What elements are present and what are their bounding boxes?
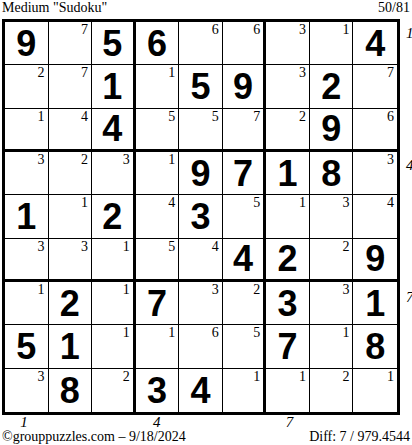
board-wrap: 9756663142711593271445572963231971831124… xyxy=(2,19,400,415)
cell-r7c9[interactable]: 1 xyxy=(353,282,397,325)
given-digit: 7 xyxy=(223,152,264,194)
pencil-mark: 4 xyxy=(212,239,219,254)
cell-r4c5[interactable]: 9 xyxy=(179,152,223,195)
cell-r3c5[interactable]: 5 xyxy=(179,109,223,152)
given-digit: 5 xyxy=(179,65,222,107)
cell-r4c3[interactable]: 3 xyxy=(92,152,136,195)
cell-r4c2[interactable]: 2 xyxy=(49,152,93,195)
cell-r2c8[interactable]: 2 xyxy=(310,65,354,108)
pencil-mark: 3 xyxy=(387,152,394,167)
cell-r3c9[interactable]: 6 xyxy=(353,109,397,152)
given-digit: 6 xyxy=(136,22,179,64)
cell-r7c1[interactable]: 1 xyxy=(5,282,49,325)
cell-r2c6[interactable]: 9 xyxy=(223,65,267,108)
given-digit: 9 xyxy=(5,22,48,64)
cell-r9c2[interactable]: 8 xyxy=(49,369,93,412)
pencil-mark: 5 xyxy=(212,109,219,124)
cell-r3c2[interactable]: 4 xyxy=(49,109,93,152)
cell-r8c9[interactable]: 8 xyxy=(353,325,397,368)
given-digit: 8 xyxy=(353,325,397,367)
cell-r7c7[interactable]: 3 xyxy=(266,282,310,325)
pencil-mark: 5 xyxy=(168,239,175,254)
given-digit: 9 xyxy=(223,65,264,107)
header: Medium "Sudoku" 50/81 xyxy=(2,0,410,18)
pencil-mark: 1 xyxy=(168,152,175,167)
col-label-4: 4 xyxy=(153,415,161,430)
pencil-mark: 2 xyxy=(342,239,349,254)
cell-r3c8[interactable]: 9 xyxy=(310,109,354,152)
cell-r4c4[interactable]: 1 xyxy=(136,152,180,195)
cell-r7c6[interactable]: 2 xyxy=(223,282,267,325)
cell-r9c7[interactable]: 1 xyxy=(266,369,310,412)
copyright-text: ©grouppuzzles.com – 9/18/2024 xyxy=(2,429,186,444)
cell-r5c9[interactable]: 4 xyxy=(353,195,397,238)
cell-r1c6[interactable]: 6 xyxy=(223,22,267,65)
cell-r5c1[interactable]: 1 xyxy=(5,195,49,238)
row-label-7: 7 xyxy=(406,290,412,305)
pencil-mark: 2 xyxy=(342,369,349,384)
cell-r1c9[interactable]: 4 xyxy=(353,22,397,65)
cell-r4c1[interactable]: 3 xyxy=(5,152,49,195)
pencil-mark: 1 xyxy=(38,282,45,297)
pencil-mark: 2 xyxy=(81,152,88,167)
pencil-mark: 2 xyxy=(123,369,130,384)
footer: ©grouppuzzles.com – 9/18/2024 Diff: 7 / … xyxy=(2,429,410,444)
given-digit: 8 xyxy=(310,152,353,194)
cell-r2c2[interactable]: 7 xyxy=(49,65,93,108)
cell-r8c7[interactable]: 7 xyxy=(266,325,310,368)
cell-r5c4[interactable]: 4 xyxy=(136,195,180,238)
pencil-mark: 2 xyxy=(253,282,260,297)
pencil-mark: 3 xyxy=(38,369,45,384)
pencil-mark: 4 xyxy=(387,195,394,210)
pencil-mark: 7 xyxy=(253,109,260,124)
cell-r5c7[interactable]: 1 xyxy=(266,195,310,238)
pencil-mark: 6 xyxy=(253,22,260,37)
cell-r6c4[interactable]: 5 xyxy=(136,239,180,282)
given-digit: 2 xyxy=(310,65,353,107)
pencil-mark: 3 xyxy=(299,65,306,80)
cell-r1c8[interactable]: 1 xyxy=(310,22,354,65)
pencil-mark: 1 xyxy=(168,325,175,340)
pencil-mark: 5 xyxy=(168,109,175,124)
pencil-mark: 2 xyxy=(299,109,306,124)
cell-r1c1[interactable]: 9 xyxy=(5,22,49,65)
pencil-mark: 1 xyxy=(81,195,88,210)
sudoku-grid: 9756663142711593271445572963231971831124… xyxy=(2,19,400,415)
pencil-mark: 1 xyxy=(123,239,130,254)
pencil-mark: 1 xyxy=(38,109,45,124)
given-digit: 9 xyxy=(353,239,397,279)
cell-r3c3[interactable]: 4 xyxy=(92,109,136,152)
cell-r2c7[interactable]: 3 xyxy=(266,65,310,108)
cell-r7c8[interactable]: 3 xyxy=(310,282,354,325)
cell-r4c8[interactable]: 8 xyxy=(310,152,354,195)
given-digit: 7 xyxy=(136,282,179,324)
cell-r8c5[interactable]: 6 xyxy=(179,325,223,368)
given-digit: 2 xyxy=(92,195,133,237)
cell-r4c7[interactable]: 1 xyxy=(266,152,310,195)
pencil-mark: 6 xyxy=(212,22,219,37)
pencil-mark: 7 xyxy=(81,22,88,37)
cell-r1c3[interactable]: 5 xyxy=(92,22,136,65)
pencil-mark: 3 xyxy=(342,195,349,210)
puzzle-title: Medium "Sudoku" xyxy=(2,0,107,16)
cell-r1c2[interactable]: 7 xyxy=(49,22,93,65)
given-digit: 1 xyxy=(5,195,48,237)
cell-r8c8[interactable]: 1 xyxy=(310,325,354,368)
pencil-mark: 3 xyxy=(38,239,45,254)
cell-r6c2[interactable]: 3 xyxy=(49,239,93,282)
cell-r8c2[interactable]: 1 xyxy=(49,325,93,368)
cell-r6c3[interactable]: 1 xyxy=(92,239,136,282)
cell-r9c4[interactable]: 3 xyxy=(136,369,180,412)
pencil-mark: 1 xyxy=(299,195,306,210)
cell-r2c4[interactable]: 1 xyxy=(136,65,180,108)
pencil-mark: 5 xyxy=(253,195,260,210)
pencil-mark: 7 xyxy=(387,65,394,80)
row-label-4: 4 xyxy=(406,158,412,173)
pencil-mark: 1 xyxy=(168,65,175,80)
cell-r9c6[interactable]: 1 xyxy=(223,369,267,412)
cell-r6c5[interactable]: 4 xyxy=(179,239,223,282)
given-digit: 1 xyxy=(353,282,397,324)
given-digit: 5 xyxy=(5,325,48,367)
cell-r5c8[interactable]: 3 xyxy=(310,195,354,238)
cell-r3c6[interactable]: 7 xyxy=(223,109,267,152)
pencil-mark: 1 xyxy=(387,369,394,384)
cell-r2c1[interactable]: 2 xyxy=(5,65,49,108)
remaining-counter: 50/81 xyxy=(378,0,410,16)
given-digit: 4 xyxy=(179,369,222,412)
given-digit: 3 xyxy=(136,369,179,412)
given-digit: 9 xyxy=(310,109,353,149)
given-digit: 3 xyxy=(266,282,309,324)
pencil-mark: 3 xyxy=(81,239,88,254)
column-labels: 147 xyxy=(2,415,400,430)
cell-r5c2[interactable]: 1 xyxy=(49,195,93,238)
cell-r7c3[interactable]: 1 xyxy=(92,282,136,325)
cell-r2c9[interactable]: 7 xyxy=(353,65,397,108)
pencil-mark: 1 xyxy=(299,369,306,384)
cell-r8c1[interactable]: 5 xyxy=(5,325,49,368)
cell-r9c1[interactable]: 3 xyxy=(5,369,49,412)
given-digit: 1 xyxy=(92,65,133,107)
cell-r6c8[interactable]: 2 xyxy=(310,239,354,282)
given-digit: 1 xyxy=(49,325,92,367)
pencil-mark: 4 xyxy=(168,195,175,210)
given-digit: 1 xyxy=(266,152,309,194)
pencil-mark: 4 xyxy=(81,109,88,124)
cell-r4c9[interactable]: 3 xyxy=(353,152,397,195)
pencil-mark: 1 xyxy=(253,369,260,384)
pencil-mark: 3 xyxy=(212,282,219,297)
given-digit: 4 xyxy=(223,239,264,279)
pencil-mark: 1 xyxy=(123,282,130,297)
difficulty-text: Diff: 7 / 979.4544 xyxy=(309,429,410,444)
cell-r1c7[interactable]: 3 xyxy=(266,22,310,65)
cell-r1c4[interactable]: 6 xyxy=(136,22,180,65)
given-digit: 9 xyxy=(179,152,222,194)
cell-r2c3[interactable]: 1 xyxy=(92,65,136,108)
cell-r6c1[interactable]: 3 xyxy=(5,239,49,282)
cell-r7c5[interactable]: 3 xyxy=(179,282,223,325)
cell-r5c5[interactable]: 3 xyxy=(179,195,223,238)
cell-r2c5[interactable]: 5 xyxy=(179,65,223,108)
cell-r3c4[interactable]: 5 xyxy=(136,109,180,152)
given-digit: 4 xyxy=(353,22,397,64)
pencil-mark: 3 xyxy=(38,152,45,167)
cell-r8c4[interactable]: 1 xyxy=(136,325,180,368)
col-label-1: 1 xyxy=(20,415,28,430)
pencil-mark: 1 xyxy=(342,22,349,37)
pencil-mark: 3 xyxy=(342,282,349,297)
cell-r5c6[interactable]: 5 xyxy=(223,195,267,238)
pencil-mark: 3 xyxy=(299,22,306,37)
cell-r6c6[interactable]: 4 xyxy=(223,239,267,282)
given-digit: 5 xyxy=(92,22,133,64)
pencil-mark: 1 xyxy=(342,325,349,340)
cell-r1c5[interactable]: 6 xyxy=(179,22,223,65)
cell-r9c3[interactable]: 2 xyxy=(92,369,136,412)
cell-r6c7[interactable]: 2 xyxy=(266,239,310,282)
cell-r9c5[interactable]: 4 xyxy=(179,369,223,412)
pencil-mark: 1 xyxy=(123,325,130,340)
given-digit: 3 xyxy=(179,195,222,237)
pencil-mark: 3 xyxy=(123,152,130,167)
cell-r5c3[interactable]: 2 xyxy=(92,195,136,238)
pencil-mark: 7 xyxy=(81,65,88,80)
cell-r3c7[interactable]: 2 xyxy=(266,109,310,152)
col-label-7: 7 xyxy=(286,415,294,430)
cell-r6c9[interactable]: 9 xyxy=(353,239,397,282)
cell-r7c4[interactable]: 7 xyxy=(136,282,180,325)
pencil-mark: 5 xyxy=(253,325,260,340)
given-digit: 8 xyxy=(49,369,92,412)
given-digit: 7 xyxy=(266,325,309,367)
cell-r7c2[interactable]: 2 xyxy=(49,282,93,325)
cell-r8c3[interactable]: 1 xyxy=(92,325,136,368)
row-label-1: 1 xyxy=(406,26,412,41)
cell-r4c6[interactable]: 7 xyxy=(223,152,267,195)
given-digit: 2 xyxy=(49,282,92,324)
cell-r8c6[interactable]: 5 xyxy=(223,325,267,368)
sudoku-page: Medium "Sudoku" 50/81 975666314271159327… xyxy=(0,0,412,445)
cell-r9c8[interactable]: 2 xyxy=(310,369,354,412)
given-digit: 2 xyxy=(266,239,309,279)
cell-r9c9[interactable]: 1 xyxy=(353,369,397,412)
pencil-mark: 6 xyxy=(212,325,219,340)
given-digit: 4 xyxy=(92,109,133,149)
cell-r3c1[interactable]: 1 xyxy=(5,109,49,152)
pencil-mark: 6 xyxy=(387,109,394,124)
pencil-mark: 2 xyxy=(38,65,45,80)
